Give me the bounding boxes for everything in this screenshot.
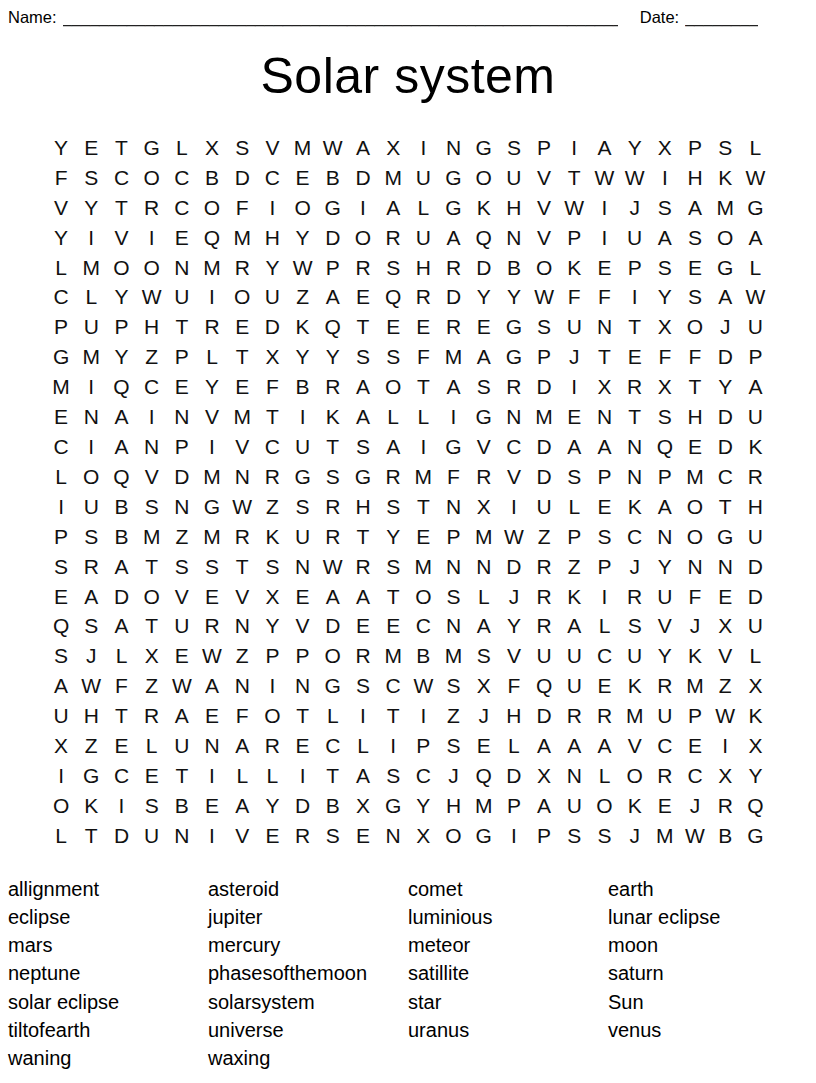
grid-cell: Y [257, 612, 287, 642]
grid-cell: M [620, 701, 650, 731]
grid-cell: X [46, 731, 76, 761]
grid-cell: G [438, 163, 468, 193]
grid-cell: J [559, 342, 589, 372]
grid-cell: E [167, 641, 197, 671]
grid-cell: F [680, 342, 710, 372]
grid-cell: E [137, 761, 167, 791]
grid-cell: K [620, 492, 650, 522]
grid-cell: I [197, 821, 227, 851]
grid-cell: W [288, 253, 318, 283]
grid-cell: T [227, 552, 257, 582]
grid-cell: D [227, 163, 257, 193]
grid-cell: E [378, 312, 408, 342]
grid-cell: O [257, 701, 287, 731]
grid-cell: L [348, 731, 378, 761]
grid-cell: V [106, 223, 136, 253]
grid-cell: S [529, 312, 559, 342]
grid-cell: E [589, 253, 619, 283]
word-bank-word: satillite [408, 959, 608, 987]
grid-cell: R [348, 552, 378, 582]
grid-cell: N [650, 522, 680, 552]
grid-cell: G [197, 492, 227, 522]
grid-cell: I [137, 402, 167, 432]
word-bank-word: eclipse [8, 903, 208, 931]
grid-cell: S [46, 552, 76, 582]
grid-cell: T [620, 312, 650, 342]
grid-cell: A [106, 432, 136, 462]
word-bank-word: lunar eclipse [608, 903, 720, 931]
grid-cell: U [559, 641, 589, 671]
grid-cell: R [469, 462, 499, 492]
grid-cell: T [106, 133, 136, 163]
grid-cell: D [529, 701, 559, 731]
grid-cell: M [529, 402, 559, 432]
grid-cell: R [227, 522, 257, 552]
grid-cell: E [46, 402, 76, 432]
word-bank-word: neptune [8, 959, 208, 987]
grid-cell: F [559, 283, 589, 313]
word-bank-word: jupiter [208, 903, 408, 931]
grid-cell: A [106, 612, 136, 642]
grid-cell: V [469, 432, 499, 462]
grid-cell: W [318, 552, 348, 582]
grid-cell: N [197, 731, 227, 761]
grid-cell: E [710, 582, 740, 612]
grid-cell: S [197, 552, 227, 582]
grid-cell: E [348, 821, 378, 851]
grid-cell: X [740, 671, 770, 701]
grid-cell: W [318, 133, 348, 163]
grid-cell: D [740, 582, 770, 612]
grid-cell: W [680, 821, 710, 851]
grid-cell: A [438, 223, 468, 253]
grid-cell: I [46, 761, 76, 791]
grid-cell: I [710, 731, 740, 761]
grid-cell: I [197, 283, 227, 313]
grid-cell: M [469, 791, 499, 821]
grid-cell: I [559, 372, 589, 402]
grid-cell: M [46, 372, 76, 402]
grid-cell: G [710, 522, 740, 552]
grid-cell: Q [740, 791, 770, 821]
grid-cell: O [318, 641, 348, 671]
grid-cell: Q [529, 671, 559, 701]
grid-cell: T [620, 402, 650, 432]
word-bank: allignmenteclipsemarsneptunesolar eclips… [8, 875, 816, 1072]
grid-cell: L [46, 462, 76, 492]
grid-cell: U [529, 641, 559, 671]
word-bank-word: uranus [408, 1016, 608, 1044]
grid-cell: A [529, 791, 559, 821]
grid-cell: R [197, 612, 227, 642]
grid-cell: L [740, 133, 770, 163]
grid-cell: T [408, 492, 438, 522]
grid-cell: X [650, 372, 680, 402]
grid-cell: A [106, 402, 136, 432]
grid-cell: V [499, 462, 529, 492]
grid-cell: J [710, 312, 740, 342]
grid-cell: V [529, 223, 559, 253]
grid-cell: N [167, 821, 197, 851]
grid-cell: S [378, 761, 408, 791]
grid-cell: S [378, 342, 408, 372]
grid-cell: S [559, 462, 589, 492]
grid-cell: D [167, 462, 197, 492]
grid-cell: P [499, 791, 529, 821]
grid-cell: L [46, 253, 76, 283]
grid-cell: S [680, 223, 710, 253]
grid-cell: G [137, 133, 167, 163]
grid-cell: O [137, 582, 167, 612]
grid-cell: L [408, 402, 438, 432]
grid-cell: Y [710, 372, 740, 402]
grid-cell: V [227, 821, 257, 851]
grid-cell: E [559, 402, 589, 432]
grid-cell: S [559, 821, 589, 851]
grid-cell: T [76, 821, 106, 851]
grid-cell: N [680, 552, 710, 582]
grid-cell: C [499, 432, 529, 462]
grid-cell: S [378, 552, 408, 582]
grid-cell: X [740, 731, 770, 761]
grid-cell: O [589, 791, 619, 821]
grid-cell: X [710, 612, 740, 642]
grid-cell: X [589, 372, 619, 402]
grid-cell: E [378, 612, 408, 642]
grid-cell: I [288, 402, 318, 432]
grid-cell: M [680, 671, 710, 701]
grid-cell: I [408, 133, 438, 163]
grid-cell: L [740, 253, 770, 283]
grid-cell: S [137, 492, 167, 522]
grid-cell: Z [76, 731, 106, 761]
word-bank-column: cometluminiousmeteorsatillitestaruranus [408, 875, 608, 1072]
grid-cell: U [408, 163, 438, 193]
grid-cell: Q [650, 432, 680, 462]
grid-cell: M [408, 462, 438, 492]
grid-cell: J [680, 612, 710, 642]
grid-cell: D [288, 791, 318, 821]
grid-cell: G [469, 133, 499, 163]
grid-cell: Y [469, 283, 499, 313]
grid-cell: S [650, 193, 680, 223]
grid-cell: R [288, 821, 318, 851]
grid-cell: E [288, 163, 318, 193]
grid-cell: L [559, 492, 589, 522]
grid-cell: R [650, 671, 680, 701]
grid-cell: N [288, 671, 318, 701]
grid-cell: J [499, 582, 529, 612]
grid-cell: B [197, 163, 227, 193]
grid-cell: E [469, 312, 499, 342]
grid-cell: S [288, 492, 318, 522]
grid-cell: G [740, 821, 770, 851]
grid-cell: S [710, 133, 740, 163]
grid-cell: W [76, 671, 106, 701]
grid-cell: P [167, 342, 197, 372]
grid-cell: S [499, 133, 529, 163]
grid-cell: R [620, 582, 650, 612]
grid-cell: J [620, 193, 650, 223]
grid-cell: Y [106, 283, 136, 313]
grid-cell: A [318, 582, 348, 612]
grid-cell: W [710, 701, 740, 731]
word-bank-word: luminious [408, 903, 608, 931]
grid-cell: Z [257, 492, 287, 522]
grid-cell: E [680, 731, 710, 761]
grid-cell: O [378, 372, 408, 402]
grid-cell: T [167, 761, 197, 791]
grid-cell: H [76, 701, 106, 731]
grid-cell: A [318, 283, 348, 313]
grid-cell: I [197, 432, 227, 462]
grid-cell: S [589, 522, 619, 552]
word-bank-word: saturn [608, 959, 720, 987]
grid-cell: T [378, 701, 408, 731]
grid-cell: B [288, 372, 318, 402]
grid-cell: S [318, 462, 348, 492]
date-label: Date: [640, 7, 679, 27]
grid-cell: S [76, 163, 106, 193]
grid-cell: D [106, 582, 136, 612]
grid-cell: O [76, 462, 106, 492]
grid-cell: Y [46, 133, 76, 163]
grid-cell: Y [257, 253, 287, 283]
grid-cell: N [167, 492, 197, 522]
grid-cell: Q [378, 283, 408, 313]
grid-cell: P [46, 522, 76, 552]
grid-cell: P [318, 253, 348, 283]
grid-cell: R [438, 253, 468, 283]
grid-cell: P [46, 312, 76, 342]
grid-cell: O [197, 193, 227, 223]
grid-cell: L [499, 731, 529, 761]
grid-cell: U [288, 432, 318, 462]
grid-cell: S [438, 582, 468, 612]
grid-cell: Z [137, 671, 167, 701]
worksheet-page: Name: __________________________________… [0, 0, 816, 1083]
grid-cell: C [167, 193, 197, 223]
grid-cell: I [76, 372, 106, 402]
grid-cell: D [438, 283, 468, 313]
grid-cell: W [529, 283, 559, 313]
grid-cell: T [137, 612, 167, 642]
grid-cell: E [227, 372, 257, 402]
grid-cell: V [197, 402, 227, 432]
grid-cell: K [559, 582, 589, 612]
grid-cell: G [499, 312, 529, 342]
grid-cell: S [469, 372, 499, 402]
grid-cell: O [137, 163, 167, 193]
grid-cell: O [348, 223, 378, 253]
grid-cell: E [76, 133, 106, 163]
name-blank-line: ________________________________________… [63, 7, 618, 27]
grid-cell: M [469, 522, 499, 552]
grid-cell: Z [710, 671, 740, 701]
grid-cell: W [137, 283, 167, 313]
grid-cell: I [559, 133, 589, 163]
grid-cell: Y [408, 791, 438, 821]
grid-cell: Y [740, 761, 770, 791]
grid-cell: L [589, 761, 619, 791]
grid-cell: M [76, 253, 106, 283]
grid-cell: A [348, 402, 378, 432]
grid-cell: Z [288, 283, 318, 313]
grid-cell: A [46, 671, 76, 701]
grid-cell: T [227, 342, 257, 372]
grid-cell: N [288, 552, 318, 582]
grid-cell: V [167, 582, 197, 612]
grid-cell: O [680, 492, 710, 522]
grid-cell: R [559, 701, 589, 731]
grid-cell: W [227, 492, 257, 522]
grid-cell: Q [46, 612, 76, 642]
grid-cell: P [680, 701, 710, 731]
grid-cell: N [559, 761, 589, 791]
grid-cell: L [167, 133, 197, 163]
grid-cell: Z [559, 552, 589, 582]
grid-cell: I [46, 492, 76, 522]
grid-cell: R [318, 492, 348, 522]
grid-cell: H [680, 163, 710, 193]
grid-cell: U [740, 612, 770, 642]
grid-cell: R [438, 312, 468, 342]
grid-cell: Q [469, 223, 499, 253]
grid-cell: C [257, 163, 287, 193]
grid-cell: L [589, 612, 619, 642]
grid-cell: R [348, 641, 378, 671]
grid-cell: L [46, 821, 76, 851]
grid-cell: S [348, 671, 378, 701]
grid-cell: V [227, 432, 257, 462]
grid-cell: L [469, 582, 499, 612]
grid-cell: P [408, 731, 438, 761]
grid-cell: M [227, 223, 257, 253]
grid-cell: T [318, 761, 348, 791]
grid-cell: A [589, 133, 619, 163]
grid-cell: P [529, 342, 559, 372]
grid-cell: U [499, 163, 529, 193]
grid-cell: X [469, 492, 499, 522]
grid-cell: D [529, 432, 559, 462]
grid-cell: Y [288, 342, 318, 372]
grid-cell: S [650, 253, 680, 283]
grid-cell: N [589, 402, 619, 432]
grid-cell: T [318, 432, 348, 462]
grid-cell: I [499, 821, 529, 851]
grid-cell: A [378, 193, 408, 223]
grid-cell: T [680, 372, 710, 402]
grid-cell: N [438, 552, 468, 582]
grid-cell: O [680, 522, 710, 552]
grid-cell: L [378, 402, 408, 432]
grid-cell: C [167, 163, 197, 193]
grid-cell: I [589, 582, 619, 612]
grid-cell: T [288, 701, 318, 731]
grid-cell: M [197, 253, 227, 283]
grid-cell: Q [469, 761, 499, 791]
puzzle-title: Solar system [0, 47, 816, 105]
grid-cell: R [740, 462, 770, 492]
grid-cell: Y [76, 193, 106, 223]
grid-cell: T [257, 402, 287, 432]
grid-cell: E [227, 312, 257, 342]
word-bank-word: mercury [208, 931, 408, 959]
grid-cell: A [650, 223, 680, 253]
grid-cell: H [408, 253, 438, 283]
grid-cell: D [106, 821, 136, 851]
grid-cell: F [408, 342, 438, 372]
grid-cell: N [227, 671, 257, 701]
grid-cell: V [710, 641, 740, 671]
grid-cell: J [469, 701, 499, 731]
grid-cell: K [710, 163, 740, 193]
grid-cell: T [589, 342, 619, 372]
grid-cell: E [408, 312, 438, 342]
grid-cell: K [318, 402, 348, 432]
grid-cell: U [167, 612, 197, 642]
word-bank-word: meteor [408, 931, 608, 959]
word-bank-word: tiltofearth [8, 1016, 208, 1044]
grid-cell: D [469, 253, 499, 283]
grid-cell: M [76, 342, 106, 372]
grid-cell: A [348, 582, 378, 612]
grid-cell: N [499, 223, 529, 253]
grid-cell: E [257, 821, 287, 851]
grid-cell: Y [46, 223, 76, 253]
grid-cell: A [227, 791, 257, 821]
word-bank-column: asteroidjupitermercuryphasesofthemoonsol… [208, 875, 408, 1072]
grid-cell: J [438, 761, 468, 791]
grid-cell: R [650, 761, 680, 791]
grid-cell: D [499, 552, 529, 582]
grid-cell: D [348, 163, 378, 193]
grid-cell: Y [378, 522, 408, 552]
grid-cell: M [680, 462, 710, 492]
grid-cell: E [589, 671, 619, 701]
grid-cell: S [589, 821, 619, 851]
grid-cell: S [76, 522, 106, 552]
grid-cell: N [438, 133, 468, 163]
grid-cell: T [167, 312, 197, 342]
grid-cell: R [378, 462, 408, 492]
grid-cell: J [620, 552, 650, 582]
grid-cell: X [378, 133, 408, 163]
grid-cell: I [197, 761, 227, 791]
grid-cell: V [227, 582, 257, 612]
word-bank-column: earthlunar eclipsemoonsaturnSunvenus [608, 875, 720, 1072]
grid-cell: T [137, 552, 167, 582]
grid-cell: U [46, 701, 76, 731]
grid-cell: A [529, 731, 559, 761]
grid-cell: U [257, 283, 287, 313]
grid-cell: M [710, 193, 740, 223]
grid-cell: C [378, 671, 408, 701]
grid-cell: U [620, 223, 650, 253]
word-bank-word: comet [408, 875, 608, 903]
grid-cell: G [438, 432, 468, 462]
word-bank-word: earth [608, 875, 720, 903]
grid-cell: Y [650, 641, 680, 671]
grid-cell: Y [650, 552, 680, 582]
grid-cell: B [408, 641, 438, 671]
grid-cell: C [106, 163, 136, 193]
grid-cell: Z [137, 342, 167, 372]
grid-cell: U [167, 731, 197, 761]
grid-cell: I [257, 671, 287, 701]
grid-cell: P [529, 133, 559, 163]
word-bank-word: universe [208, 1016, 408, 1044]
